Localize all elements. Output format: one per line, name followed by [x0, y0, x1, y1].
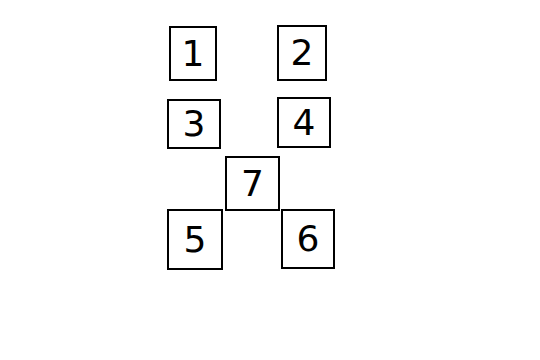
square-3-label: 3	[183, 106, 206, 142]
square-5-label: 5	[184, 222, 207, 258]
square-4: 4	[277, 97, 331, 148]
square-7: 7	[225, 156, 280, 211]
square-6: 6	[281, 209, 335, 269]
square-2: 2	[277, 25, 327, 81]
square-1-label: 1	[182, 36, 205, 72]
square-2-label: 2	[291, 35, 314, 71]
square-5: 5	[167, 209, 223, 270]
diagram-canvas: 1 2 3 4 7 5 6	[0, 0, 540, 360]
square-1: 1	[169, 26, 217, 81]
square-6-label: 6	[297, 221, 320, 257]
square-4-label: 4	[293, 105, 316, 141]
square-7-label: 7	[241, 166, 264, 202]
square-3: 3	[167, 99, 221, 149]
